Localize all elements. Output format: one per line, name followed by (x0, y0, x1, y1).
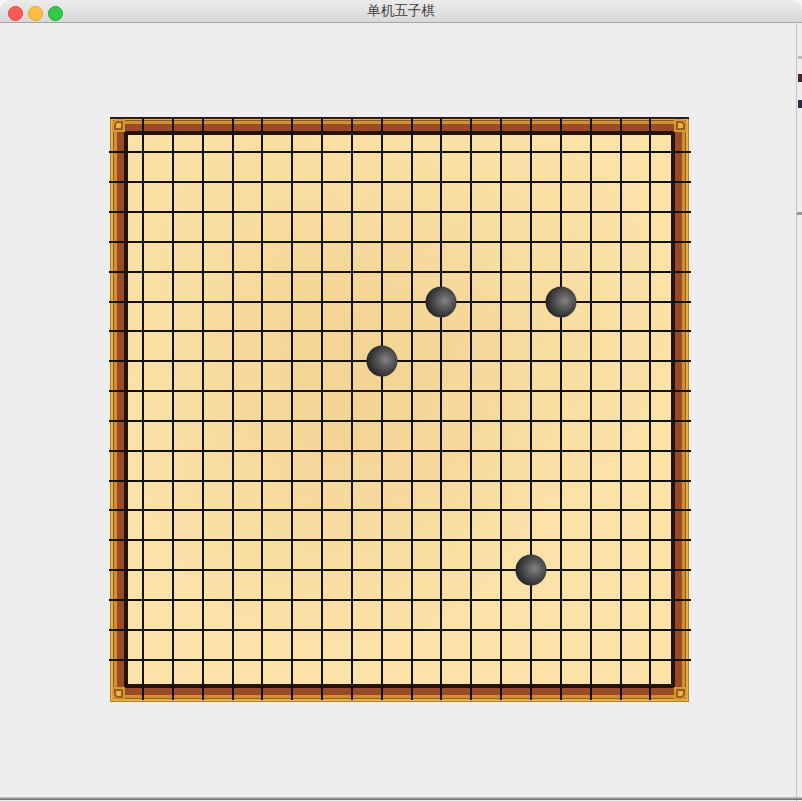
window-bottom-edge (0, 797, 802, 800)
window-title: 单机五子棋 (0, 0, 802, 22)
corner-scroll-ornament (112, 119, 125, 132)
corner-scroll-ornament (674, 119, 687, 132)
title-bar[interactable]: 单机五子棋 (0, 0, 802, 23)
corner-scroll-ornament (674, 687, 687, 700)
gomoku-board[interactable] (110, 117, 689, 702)
screen-edge-artifact (798, 56, 802, 59)
screen-edge-artifact (797, 212, 802, 215)
window-right-border (796, 22, 797, 801)
corner-scroll-ornament (112, 687, 125, 700)
screen-edge-artifact (798, 74, 802, 82)
app-window: 单机五子棋 (0, 0, 802, 801)
screen-edge-artifact (798, 100, 802, 108)
